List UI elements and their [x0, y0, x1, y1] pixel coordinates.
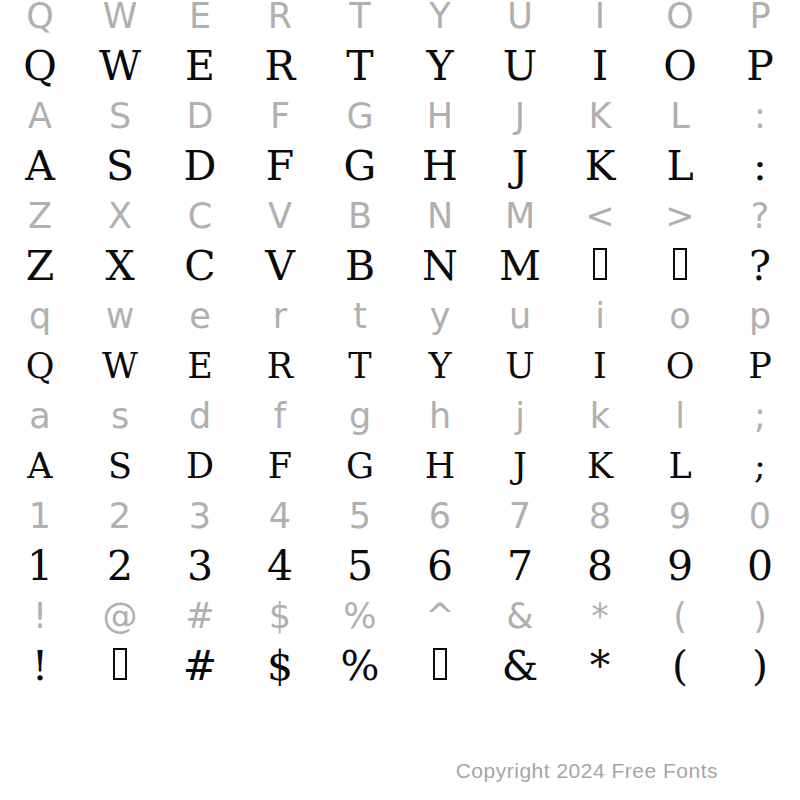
char-cell: C: [188, 199, 212, 234]
char-cell: F: [266, 146, 294, 187]
char-cell: 1: [27, 546, 53, 587]
char-row-4: ASDFGHJKL:: [0, 141, 800, 191]
font-specimen-page: QWERTYUIOPQWERTYUIOPASDFGHJKL:ASDFGHJKL:…: [0, 0, 800, 800]
char-cell: U: [503, 46, 538, 87]
char-cell: S: [108, 449, 132, 484]
char-cell: g: [349, 399, 371, 434]
char-cell: ?: [751, 199, 770, 234]
char-cell: *: [590, 646, 611, 687]
char-cell: 6: [429, 499, 451, 534]
char-cell: :: [754, 99, 766, 134]
char-cell: E: [187, 349, 213, 384]
char-cell: q: [29, 299, 51, 334]
char-cell: y: [430, 299, 451, 334]
char-cell: s: [111, 399, 129, 434]
char-cell: A: [28, 99, 52, 134]
char-cell: V: [268, 199, 292, 234]
char-cell: 4: [269, 499, 291, 534]
char-cell: >: [665, 199, 694, 234]
char-cell: ;: [754, 399, 766, 434]
char-cell: [593, 246, 607, 287]
char-row-12: 1234567890: [0, 541, 800, 591]
char-cell: E: [189, 0, 211, 34]
char-cell: Q: [26, 349, 55, 384]
char-cell: w: [106, 299, 135, 334]
char-cell: 1: [29, 499, 51, 534]
char-cell: P: [749, 0, 770, 34]
char-cell: S: [109, 99, 131, 134]
char-cell: D: [184, 146, 217, 187]
char-cell: 8: [587, 546, 613, 587]
char-cell: G: [344, 146, 377, 187]
char-cell: 0: [747, 546, 773, 587]
char-cell: 2: [107, 546, 133, 587]
char-cell: 4: [267, 546, 293, 587]
char-cell: N: [427, 199, 453, 234]
char-cell: H: [427, 99, 453, 134]
char-row-2: QWERTYUIOP: [0, 41, 800, 91]
character-map-grid: QWERTYUIOPQWERTYUIOPASDFGHJKL:ASDFGHJKL:…: [0, 0, 800, 691]
char-cell: U: [507, 0, 533, 34]
char-cell: 5: [349, 499, 371, 534]
char-cell: @: [103, 599, 138, 634]
char-cell: O: [663, 46, 697, 87]
char-cell: 6: [427, 546, 453, 587]
char-cell: J: [515, 99, 525, 134]
char-cell: k: [590, 399, 610, 434]
char-cell: A: [25, 146, 55, 187]
char-cell: L: [666, 146, 693, 187]
char-cell: R: [268, 0, 292, 34]
char-cell: J: [512, 146, 528, 187]
char-cell: *: [591, 599, 609, 634]
char-cell: H: [425, 449, 456, 484]
char-cell: R: [267, 349, 293, 384]
char-cell: 3: [187, 546, 213, 587]
char-cell: &: [502, 646, 539, 687]
char-cell: S: [106, 146, 134, 187]
char-cell: (: [673, 599, 687, 634]
char-cell: F: [268, 449, 292, 484]
char-cell: #: [185, 599, 214, 634]
char-cell: L: [668, 449, 691, 484]
char-row-13: !@#$%^&*(): [0, 591, 800, 641]
missing-glyph-box: [673, 248, 687, 280]
char-row-10: ASDFGHJKL;: [0, 441, 800, 491]
char-cell: p: [749, 299, 771, 334]
char-cell: %: [343, 599, 376, 634]
char-cell: W: [103, 0, 138, 34]
char-row-14: !#$%&*(): [0, 641, 800, 691]
char-cell: [673, 246, 687, 287]
char-row-7: qwertyuiop: [0, 291, 800, 341]
char-cell: Y: [429, 0, 450, 34]
char-cell: l: [675, 399, 685, 434]
char-cell: !: [33, 599, 47, 634]
char-cell: e: [189, 299, 211, 334]
char-cell: i: [595, 299, 605, 334]
char-cell: H: [422, 146, 458, 187]
char-cell: I: [593, 349, 607, 384]
char-cell: u: [509, 299, 531, 334]
char-cell: K: [589, 99, 612, 134]
char-cell: D: [187, 99, 214, 134]
char-cell: T: [346, 46, 373, 87]
char-cell: 9: [667, 546, 693, 587]
char-cell: I: [595, 0, 605, 34]
char-cell: P: [746, 46, 774, 87]
char-cell: C: [184, 246, 215, 287]
char-cell: B: [345, 246, 375, 287]
char-cell: [433, 646, 447, 687]
char-cell: 7: [509, 499, 531, 534]
char-row-11: 1234567890: [0, 491, 800, 541]
char-cell: I: [592, 46, 608, 87]
char-cell: P: [748, 349, 772, 384]
char-cell: O: [666, 349, 695, 384]
char-row-9: asdfghjkl;: [0, 391, 800, 441]
char-cell: B: [348, 199, 372, 234]
char-cell: h: [429, 399, 451, 434]
char-cell: [113, 646, 127, 687]
char-cell: !: [32, 646, 48, 687]
char-cell: #: [183, 646, 217, 687]
char-cell: $: [267, 646, 293, 687]
missing-glyph-box: [113, 648, 127, 680]
char-cell: Q: [23, 46, 57, 87]
char-cell: ^: [425, 599, 454, 634]
char-cell: Q: [26, 0, 54, 34]
char-cell: r: [273, 299, 287, 334]
char-cell: 9: [669, 499, 691, 534]
char-cell: a: [29, 399, 50, 434]
char-cell: W: [102, 349, 138, 384]
char-cell: %: [341, 646, 380, 687]
char-cell: G: [346, 99, 373, 134]
char-cell: 3: [189, 499, 211, 534]
copyright-notice: Copyright 2024 Free Fonts: [456, 759, 718, 783]
char-cell: $: [269, 599, 291, 634]
char-cell: f: [274, 399, 286, 434]
char-cell: d: [189, 399, 211, 434]
missing-glyph-box: [593, 248, 607, 280]
char-cell: K: [587, 449, 613, 484]
char-cell: (: [672, 646, 688, 687]
char-cell: K: [585, 146, 616, 187]
char-cell: 7: [507, 546, 533, 587]
char-cell: M: [505, 199, 535, 234]
char-row-6: ZXCVBNM?: [0, 241, 800, 291]
char-cell: 8: [589, 499, 611, 534]
char-cell: Y: [426, 46, 453, 87]
char-cell: T: [349, 0, 370, 34]
char-cell: t: [353, 299, 367, 334]
char-cell: X: [105, 246, 134, 287]
char-cell: L: [670, 99, 690, 134]
char-cell: Z: [26, 246, 55, 287]
char-row-1: QWERTYUIOP: [0, 0, 800, 41]
char-cell: O: [666, 0, 694, 34]
char-cell: X: [108, 199, 132, 234]
char-cell: G: [346, 449, 374, 484]
char-cell: j: [515, 399, 525, 434]
char-cell: J: [513, 449, 527, 484]
char-cell: &: [506, 599, 533, 634]
char-cell: 2: [109, 499, 131, 534]
char-cell: :: [753, 146, 767, 187]
char-cell: E: [185, 46, 215, 87]
char-cell: ;: [754, 449, 766, 484]
char-cell: <: [585, 199, 614, 234]
char-cell: Y: [428, 349, 451, 384]
char-cell: ?: [749, 246, 771, 287]
char-cell: o: [669, 299, 690, 334]
char-cell: 5: [347, 546, 373, 587]
char-cell: D: [186, 449, 214, 484]
char-cell: N: [422, 246, 458, 287]
char-cell: U: [505, 349, 535, 384]
char-cell: W: [99, 46, 141, 87]
char-cell: V: [265, 246, 295, 287]
char-row-5: ZXCVBNM<>?: [0, 191, 800, 241]
char-row-8: QWERTYUIOP: [0, 341, 800, 391]
missing-glyph-box: [433, 648, 447, 680]
char-cell: 0: [749, 499, 771, 534]
char-cell: F: [270, 99, 290, 134]
char-cell: ): [753, 599, 767, 634]
char-cell: T: [348, 349, 371, 384]
char-cell: M: [499, 246, 541, 287]
char-cell: ): [752, 646, 768, 687]
char-row-3: ASDFGHJKL:: [0, 91, 800, 141]
char-cell: Z: [28, 199, 52, 234]
char-cell: A: [27, 449, 52, 484]
char-cell: R: [265, 46, 296, 87]
